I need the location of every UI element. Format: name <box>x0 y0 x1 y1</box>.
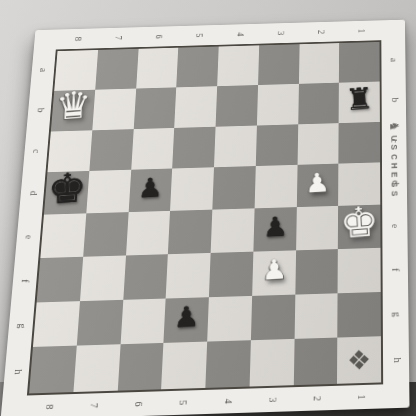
square-f3[interactable]: ♟ <box>252 250 296 295</box>
us-chess-logo-letter: S <box>389 145 399 151</box>
square-h8[interactable] <box>29 346 76 394</box>
square-e2[interactable] <box>296 206 339 250</box>
square-g4[interactable] <box>207 295 252 341</box>
square-f7[interactable] <box>80 255 126 300</box>
us-chess-logo-letter: S <box>390 191 400 197</box>
square-e1[interactable]: ♚ <box>338 205 380 249</box>
square-h5[interactable] <box>161 342 207 389</box>
us-chess-logo-letter: S <box>390 181 400 187</box>
square-c3[interactable] <box>256 124 298 166</box>
piece-black-pawn-e3[interactable]: ♟ <box>262 213 288 242</box>
rank-top-label-5: 5 <box>178 25 219 46</box>
square-a4[interactable] <box>217 45 259 86</box>
corner-ornament-icon: ❖ <box>347 345 372 373</box>
rank-bottom-label-7: 7 <box>70 393 116 416</box>
square-h2[interactable] <box>293 338 337 385</box>
square-c4[interactable] <box>214 125 257 167</box>
us-chess-logo-letter: E <box>389 172 399 178</box>
piece-white-queen-b8[interactable]: ♛ <box>55 86 92 126</box>
file-right-label-f: f <box>382 247 408 292</box>
rank-bottom-label-3: 3 <box>249 387 294 412</box>
piece-black-pawn-g5[interactable]: ♟ <box>174 303 200 333</box>
square-g2[interactable] <box>294 293 338 339</box>
square-e5[interactable] <box>168 210 212 254</box>
square-g8[interactable] <box>33 301 80 348</box>
square-a6[interactable] <box>136 48 179 89</box>
square-c1[interactable] <box>339 122 380 164</box>
square-a3[interactable] <box>258 44 299 85</box>
piece-black-rook-b1[interactable]: ♜ <box>344 84 374 115</box>
rank-top-label-6: 6 <box>137 26 179 47</box>
us-chess-logo-letter: H <box>389 163 399 169</box>
square-g7[interactable] <box>77 299 123 345</box>
piece-black-king-d8[interactable]: ♚ <box>47 167 87 210</box>
square-c6[interactable] <box>131 127 175 169</box>
knight-icon: ♞ <box>387 121 401 132</box>
square-f8[interactable] <box>37 257 83 302</box>
rank-top-label-8: 8 <box>56 28 98 49</box>
square-f6[interactable] <box>123 254 168 299</box>
file-right-label-e: e <box>382 204 407 248</box>
square-a1[interactable] <box>339 42 380 83</box>
square-e4[interactable] <box>211 208 255 252</box>
square-d2[interactable]: ♟ <box>296 164 338 207</box>
square-b8[interactable]: ♛ <box>51 90 95 132</box>
file-right-label-a: a <box>381 40 405 80</box>
square-g5[interactable]: ♟ <box>164 297 209 343</box>
square-b3[interactable] <box>257 84 299 125</box>
square-h4[interactable] <box>205 340 250 387</box>
square-f5[interactable] <box>166 253 211 298</box>
rank-top-label-4: 4 <box>219 24 260 45</box>
us-chess-logo: ♞USCHESS <box>386 120 404 199</box>
square-e7[interactable] <box>83 212 128 256</box>
square-f1[interactable] <box>338 248 381 293</box>
rank-bottom-label-5: 5 <box>160 390 206 416</box>
square-c7[interactable] <box>89 129 133 171</box>
square-d4[interactable] <box>212 166 255 209</box>
square-g1[interactable] <box>338 292 381 338</box>
square-d6[interactable]: ♟ <box>128 169 172 212</box>
square-f4[interactable] <box>209 251 253 296</box>
square-h1[interactable]: ❖ <box>337 336 381 383</box>
photo-of-chess-board: { "game": "chess", "scene": "overhead ph… <box>0 0 416 416</box>
file-right-label-b: b <box>382 79 407 120</box>
piece-white-pawn-d2[interactable]: ♟ <box>305 169 331 197</box>
file-right-label-h: h <box>383 337 409 384</box>
square-d8[interactable]: ♚ <box>44 171 89 214</box>
square-a5[interactable] <box>176 47 218 88</box>
square-a2[interactable] <box>298 43 339 84</box>
us-chess-logo-letter: C <box>389 153 399 159</box>
square-b7[interactable] <box>92 88 136 130</box>
square-b5[interactable] <box>174 86 217 128</box>
square-c5[interactable] <box>172 126 215 168</box>
square-a7[interactable] <box>95 49 138 90</box>
rank-bottom-label-1: 1 <box>339 384 384 409</box>
square-d3[interactable] <box>254 165 297 208</box>
square-d7[interactable] <box>86 170 131 213</box>
square-b4[interactable] <box>216 85 258 126</box>
square-h6[interactable] <box>117 343 163 391</box>
coord-strip-right: abcdefgh <box>381 40 409 385</box>
piece-black-pawn-d6[interactable]: ♟ <box>138 174 163 202</box>
square-b2[interactable] <box>298 82 339 123</box>
rank-top-label-7: 7 <box>97 27 139 48</box>
piece-white-king-e1[interactable]: ♚ <box>339 200 380 244</box>
square-h7[interactable] <box>73 344 120 392</box>
rank-bottom-label-8: 8 <box>25 394 72 416</box>
square-b6[interactable] <box>133 87 176 129</box>
us-chess-logo-letter: U <box>389 135 399 141</box>
rank-bottom-label-4: 4 <box>204 389 249 415</box>
rank-top-label-2: 2 <box>300 22 341 43</box>
square-h3[interactable] <box>249 339 294 386</box>
chess-board: ♛♜♚♟♟♟♚♟♟❖ <box>27 40 383 395</box>
square-e8[interactable] <box>40 213 86 257</box>
square-e6[interactable] <box>126 211 171 255</box>
square-c2[interactable] <box>297 123 339 165</box>
square-f2[interactable] <box>295 249 338 294</box>
rank-top-label-1: 1 <box>341 20 382 41</box>
rank-bottom-label-6: 6 <box>115 391 161 416</box>
square-e3[interactable]: ♟ <box>253 207 296 251</box>
file-right-label-g: g <box>383 292 409 338</box>
square-g3[interactable] <box>251 294 295 340</box>
square-g6[interactable] <box>120 298 166 344</box>
square-d5[interactable] <box>170 167 214 210</box>
piece-white-pawn-f3[interactable]: ♟ <box>261 256 287 285</box>
rank-top-label-3: 3 <box>259 23 300 44</box>
square-b1[interactable]: ♜ <box>339 81 380 122</box>
rank-bottom-label-2: 2 <box>294 386 339 411</box>
chess-mat: 87654321 abcdefgh ♛♜♚♟♟♟♚♟♟❖ abcdefgh 87… <box>1 20 410 416</box>
